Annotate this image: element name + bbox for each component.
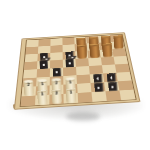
pawn-numeral: 1	[37, 82, 47, 87]
brown-pawn	[76, 45, 87, 59]
pawn-numeral: 2	[51, 90, 61, 95]
square-r8c1	[21, 96, 36, 107]
black-die	[52, 68, 61, 77]
square-r7c6	[91, 82, 106, 92]
square-r7c7	[104, 81, 119, 91]
square-r2c8	[111, 41, 125, 49]
black-die	[39, 61, 47, 69]
pawn-numeral: 1	[37, 91, 47, 96]
brown-pawn	[102, 43, 113, 57]
product-photo[interactable]: 2121121	[0, 0, 150, 150]
black-die	[65, 59, 73, 67]
cream-pawn: 2	[51, 89, 62, 104]
pawn-numeral: 1	[65, 80, 75, 85]
square-r8c8	[119, 90, 135, 100]
pawn-numeral: 2	[23, 83, 33, 88]
black-die	[108, 82, 117, 91]
cream-pawn: 1	[36, 90, 47, 105]
pawn-numeral: 2	[51, 81, 61, 86]
black-die	[94, 83, 103, 92]
game-board: 2121121	[14, 32, 141, 109]
square-r4c2	[37, 61, 50, 70]
square-r3c6	[87, 50, 100, 58]
square-r8c7	[105, 90, 121, 100]
square-r8c2: 1	[35, 95, 49, 106]
board-grid: 2121121	[20, 34, 137, 107]
brown-pawn	[89, 44, 100, 58]
square-r4c1	[24, 61, 37, 70]
square-r4c4	[63, 59, 76, 68]
square-r8c5	[78, 92, 93, 102]
square-r8c3: 2	[49, 94, 63, 105]
cream-pawn: 2	[23, 82, 34, 97]
brown-pawn	[113, 35, 123, 49]
square-r8c4: 1	[64, 93, 79, 103]
pawn-numeral: 1	[65, 90, 75, 95]
square-r8c6	[92, 91, 107, 101]
floor-shadow	[66, 112, 100, 121]
cream-pawn: 1	[65, 88, 76, 103]
